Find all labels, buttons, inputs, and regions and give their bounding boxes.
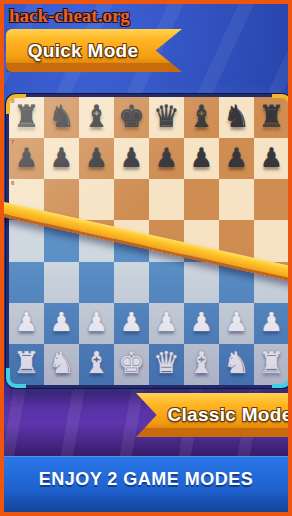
- square: [149, 262, 184, 303]
- white-bishop: ♝: [83, 348, 110, 378]
- square: ♟: [114, 303, 149, 344]
- white-king: ♚: [118, 348, 145, 378]
- classic-mode-banner[interactable]: Classic Mode: [136, 393, 292, 437]
- black-pawn: ♟: [190, 145, 213, 171]
- white-knight: ♞: [48, 348, 75, 378]
- white-pawn: ♟: [85, 309, 108, 335]
- square: ♟: [114, 138, 149, 179]
- white-queen: ♛: [153, 348, 180, 378]
- black-pawn: ♟: [260, 145, 283, 171]
- square: ♞: [44, 344, 79, 385]
- white-pawn: ♟: [15, 309, 38, 335]
- square: [9, 262, 44, 303]
- square: ♝: [184, 97, 219, 138]
- white-pawn: ♟: [50, 309, 73, 335]
- square: [79, 179, 114, 220]
- white-pawn: ♟: [155, 309, 178, 335]
- white-bishop: ♝: [188, 348, 215, 378]
- white-knight: ♞: [223, 348, 250, 378]
- footer-bar: ENJOY 2 GAME MODES: [0, 456, 292, 516]
- square: ♛: [149, 344, 184, 385]
- square: ♟: [149, 303, 184, 344]
- square: 8♜: [9, 97, 44, 138]
- square: [219, 179, 254, 220]
- square: ♝: [79, 97, 114, 138]
- square: ♟: [149, 138, 184, 179]
- square: ♚: [114, 97, 149, 138]
- watermark-text: hack-cheat.org: [9, 5, 130, 27]
- black-bishop: ♝: [83, 102, 110, 132]
- square: ♞: [44, 97, 79, 138]
- square: ♟: [44, 303, 79, 344]
- white-rook: ♜: [13, 348, 40, 378]
- black-pawn: ♟: [120, 145, 143, 171]
- white-pawn: ♟: [260, 309, 283, 335]
- square: ♟: [184, 303, 219, 344]
- black-queen: ♛: [153, 102, 180, 132]
- square: ♛: [149, 97, 184, 138]
- square: ♟: [9, 303, 44, 344]
- square: ♜: [9, 344, 44, 385]
- square: [114, 179, 149, 220]
- square: ♟: [184, 138, 219, 179]
- footer-tagline: ENJOY 2 GAME MODES: [39, 469, 254, 490]
- square: [254, 220, 289, 261]
- app-screenshot: hack-cheat.org Quick Mode 8♜♞♝♚♛♝♞♜7♟♟♟♟…: [0, 0, 292, 516]
- square: ♟: [79, 303, 114, 344]
- black-rook: ♜: [13, 102, 40, 132]
- black-bishop: ♝: [188, 102, 215, 132]
- square: ♞: [219, 344, 254, 385]
- square: [149, 179, 184, 220]
- square: ♜: [254, 344, 289, 385]
- square: ♝: [79, 344, 114, 385]
- square: [79, 262, 114, 303]
- square: ♟: [44, 138, 79, 179]
- black-pawn: ♟: [50, 145, 73, 171]
- black-pawn: ♟: [15, 145, 38, 171]
- quick-mode-label: Quick Mode: [28, 40, 139, 62]
- square: [44, 262, 79, 303]
- square: ♟: [219, 303, 254, 344]
- black-pawn: ♟: [225, 145, 248, 171]
- square: [114, 262, 149, 303]
- square: [184, 262, 219, 303]
- white-pawn: ♟: [225, 309, 248, 335]
- quick-mode-banner[interactable]: Quick Mode: [6, 29, 182, 72]
- black-rook: ♜: [258, 102, 285, 132]
- square: [184, 179, 219, 220]
- classic-mode-label: Classic Mode: [167, 404, 292, 426]
- square: ♟: [79, 138, 114, 179]
- black-knight: ♞: [223, 102, 250, 132]
- black-pawn: ♟: [85, 145, 108, 171]
- square: [254, 179, 289, 220]
- square: ♟: [254, 138, 289, 179]
- square: ♞: [219, 97, 254, 138]
- square: ♟: [219, 138, 254, 179]
- black-knight: ♞: [48, 102, 75, 132]
- square: ♚: [114, 344, 149, 385]
- square: ♝: [184, 344, 219, 385]
- white-rook: ♜: [258, 348, 285, 378]
- white-pawn: ♟: [120, 309, 143, 335]
- square: ♜: [254, 97, 289, 138]
- rank-coordinate: 7: [11, 139, 14, 145]
- black-king: ♚: [118, 102, 145, 132]
- rank-coordinate: 6: [11, 180, 14, 186]
- white-pawn: ♟: [190, 309, 213, 335]
- square: 7♟: [9, 138, 44, 179]
- black-pawn: ♟: [155, 145, 178, 171]
- square: ♟: [254, 303, 289, 344]
- square: [9, 220, 44, 261]
